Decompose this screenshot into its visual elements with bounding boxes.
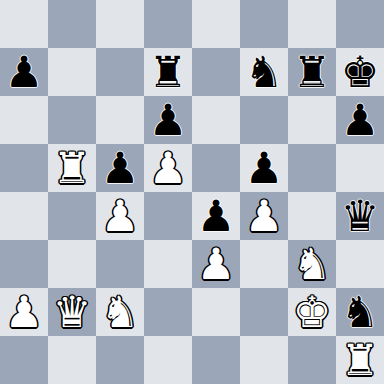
piece-black-king[interactable]: ♚ [341,48,380,96]
square-c8[interactable] [96,0,144,48]
square-f7[interactable]: ♞ [240,48,288,96]
square-e1[interactable] [192,336,240,384]
square-h4[interactable]: ♛ [336,192,384,240]
square-b4[interactable] [48,192,96,240]
piece-black-pawn[interactable]: ♟ [5,48,44,96]
square-b8[interactable] [48,0,96,48]
square-f6[interactable] [240,96,288,144]
square-b3[interactable] [48,240,96,288]
square-h8[interactable] [336,0,384,48]
piece-black-knight[interactable]: ♞ [341,288,380,336]
square-d2[interactable] [144,288,192,336]
piece-white-pawn[interactable]: ♟ [149,144,188,192]
piece-white-rook[interactable]: ♜ [53,144,92,192]
square-h6[interactable]: ♟ [336,96,384,144]
square-g4[interactable] [288,192,336,240]
piece-black-knight[interactable]: ♞ [245,48,284,96]
square-a2[interactable]: ♟ [0,288,48,336]
piece-white-pawn[interactable]: ♟ [5,288,44,336]
square-a6[interactable] [0,96,48,144]
square-c5[interactable]: ♟ [96,144,144,192]
square-f5[interactable]: ♟ [240,144,288,192]
square-b5[interactable]: ♜ [48,144,96,192]
square-d3[interactable] [144,240,192,288]
square-f8[interactable] [240,0,288,48]
piece-white-king[interactable]: ♚ [293,288,332,336]
square-c7[interactable] [96,48,144,96]
square-d6[interactable]: ♟ [144,96,192,144]
square-a8[interactable] [0,0,48,48]
square-b6[interactable] [48,96,96,144]
piece-white-rook[interactable]: ♜ [341,336,380,384]
square-f3[interactable] [240,240,288,288]
square-d8[interactable] [144,0,192,48]
chess-board: ♟♜♞♜♚♟♟♜♟♟♟♟♟♟♛♟♞♟♛♞♚♞♜ [0,0,384,384]
square-c4[interactable]: ♟ [96,192,144,240]
square-c1[interactable] [96,336,144,384]
piece-black-queen[interactable]: ♛ [341,192,380,240]
square-a1[interactable] [0,336,48,384]
square-g8[interactable] [288,0,336,48]
square-f1[interactable] [240,336,288,384]
piece-black-rook[interactable]: ♜ [293,48,332,96]
square-e7[interactable] [192,48,240,96]
square-g6[interactable] [288,96,336,144]
square-e3[interactable]: ♟ [192,240,240,288]
square-e4[interactable]: ♟ [192,192,240,240]
piece-black-pawn[interactable]: ♟ [197,192,236,240]
piece-black-pawn[interactable]: ♟ [245,144,284,192]
square-f4[interactable]: ♟ [240,192,288,240]
piece-black-pawn[interactable]: ♟ [341,96,380,144]
square-e5[interactable] [192,144,240,192]
piece-white-queen[interactable]: ♛ [53,288,92,336]
square-c3[interactable] [96,240,144,288]
piece-black-rook[interactable]: ♜ [149,48,188,96]
piece-white-pawn[interactable]: ♟ [197,240,236,288]
square-a7[interactable]: ♟ [0,48,48,96]
square-d7[interactable]: ♜ [144,48,192,96]
square-h7[interactable]: ♚ [336,48,384,96]
square-a5[interactable] [0,144,48,192]
square-g3[interactable]: ♞ [288,240,336,288]
piece-white-pawn[interactable]: ♟ [101,192,140,240]
square-d5[interactable]: ♟ [144,144,192,192]
square-b2[interactable]: ♛ [48,288,96,336]
piece-white-knight[interactable]: ♞ [293,240,332,288]
square-f2[interactable] [240,288,288,336]
square-g7[interactable]: ♜ [288,48,336,96]
piece-black-pawn[interactable]: ♟ [149,96,188,144]
square-a3[interactable] [0,240,48,288]
square-b1[interactable] [48,336,96,384]
square-e6[interactable] [192,96,240,144]
square-h3[interactable] [336,240,384,288]
square-h5[interactable] [336,144,384,192]
square-d1[interactable] [144,336,192,384]
square-d4[interactable] [144,192,192,240]
square-c2[interactable]: ♞ [96,288,144,336]
square-g5[interactable] [288,144,336,192]
square-g1[interactable] [288,336,336,384]
square-e2[interactable] [192,288,240,336]
piece-white-pawn[interactable]: ♟ [245,192,284,240]
square-c6[interactable] [96,96,144,144]
piece-white-knight[interactable]: ♞ [101,288,140,336]
piece-black-pawn[interactable]: ♟ [101,144,140,192]
square-b7[interactable] [48,48,96,96]
square-h1[interactable]: ♜ [336,336,384,384]
square-g2[interactable]: ♚ [288,288,336,336]
square-e8[interactable] [192,0,240,48]
square-a4[interactable] [0,192,48,240]
square-h2[interactable]: ♞ [336,288,384,336]
